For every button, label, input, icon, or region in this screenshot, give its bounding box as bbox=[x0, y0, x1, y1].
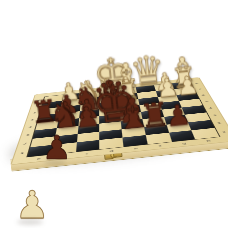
square-h1[interactable] bbox=[192, 128, 220, 139]
chess-set-photo: abcdefgh 87654321 87654321 ♚♝♛♝♟♟♟♟♟♜♞♞♜… bbox=[0, 0, 228, 228]
pawn-shadow bbox=[17, 219, 43, 225]
square-c1[interactable] bbox=[75, 140, 99, 152]
piece-white-pawn[interactable]: ♟ bbox=[172, 73, 203, 101]
piece-black-pawn[interactable]: ♟ bbox=[160, 100, 196, 132]
pawn-shadow bbox=[44, 160, 66, 165]
